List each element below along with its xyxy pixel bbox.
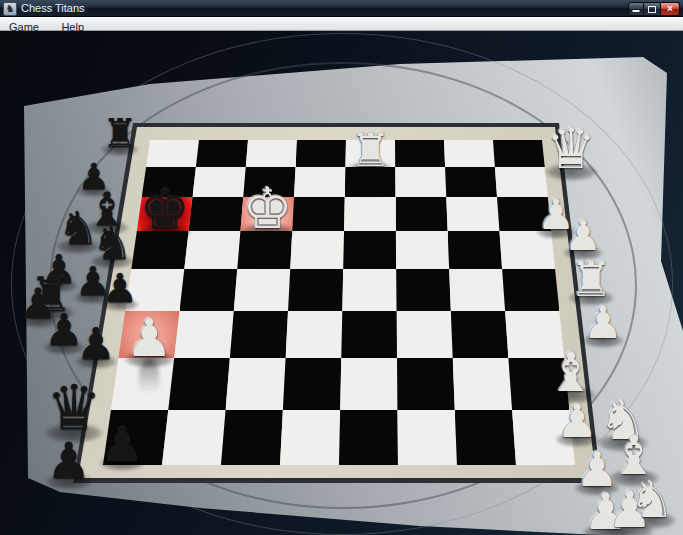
square-r8-c5[interactable] bbox=[339, 410, 398, 465]
square-r7-c7[interactable] bbox=[453, 358, 512, 410]
square-r6-c4[interactable] bbox=[286, 311, 343, 358]
square-r1-c6[interactable] bbox=[395, 140, 445, 167]
knight-icon: ♞ bbox=[3, 2, 17, 16]
square-r1-c2[interactable] bbox=[196, 140, 248, 167]
square-r5-c5[interactable] bbox=[342, 269, 396, 311]
square-r4-c6[interactable] bbox=[396, 231, 449, 269]
square-r8-c4[interactable] bbox=[280, 410, 340, 465]
square-r3-c6[interactable] bbox=[396, 197, 448, 231]
white-pawn-a3[interactable]: ♟ bbox=[126, 312, 173, 364]
maximize-button[interactable] bbox=[644, 2, 661, 16]
square-r5-c2[interactable] bbox=[180, 269, 238, 311]
square-r7-c4[interactable] bbox=[283, 358, 341, 410]
square-r3-c2[interactable] bbox=[189, 197, 244, 231]
square-r6-c3[interactable] bbox=[230, 311, 288, 358]
close-icon: × bbox=[661, 2, 679, 15]
square-r8-c7[interactable] bbox=[455, 410, 516, 465]
square-r1-c3[interactable] bbox=[246, 140, 297, 167]
captured-white-queen-0: ♛ bbox=[546, 121, 596, 177]
square-r8-c2[interactable] bbox=[162, 410, 226, 465]
square-r2-c6[interactable] bbox=[395, 167, 446, 197]
square-r2-c7[interactable] bbox=[445, 167, 497, 197]
square-r2-c4[interactable] bbox=[294, 167, 345, 197]
square-r5-c7[interactable] bbox=[449, 269, 505, 311]
square-r2-c2[interactable] bbox=[193, 167, 246, 197]
square-r6-c6[interactable] bbox=[397, 311, 453, 358]
square-r3-c4[interactable] bbox=[292, 197, 345, 231]
captured-white-knight-12: ♞ bbox=[630, 475, 675, 525]
captured-black-rook-0: ♜ bbox=[102, 113, 138, 153]
square-r6-c7[interactable] bbox=[451, 311, 509, 358]
square-r7-c3[interactable] bbox=[226, 358, 286, 410]
square-r5-c3[interactable] bbox=[234, 269, 290, 311]
maximize-icon bbox=[648, 6, 656, 13]
close-button[interactable]: × bbox=[661, 2, 680, 16]
captured-black-pawn-8: ♟ bbox=[102, 268, 138, 308]
captured-white-pawn-6: ♟ bbox=[556, 398, 597, 444]
square-r1-c1[interactable] bbox=[146, 140, 199, 167]
square-r5-c4[interactable] bbox=[288, 269, 343, 311]
captured-white-pawn-4: ♟ bbox=[583, 301, 622, 345]
square-r1-c4[interactable] bbox=[296, 140, 346, 167]
square-r4-c7[interactable] bbox=[448, 231, 502, 269]
square-r5-c8[interactable] bbox=[502, 269, 559, 311]
square-r5-c6[interactable] bbox=[396, 269, 451, 311]
square-r7-c5[interactable] bbox=[340, 358, 397, 410]
titlebar[interactable]: ♞ Chess Titans × bbox=[0, 0, 683, 17]
square-r1-c7[interactable] bbox=[444, 140, 495, 167]
minimize-button[interactable] bbox=[628, 2, 644, 16]
square-r4-c2[interactable] bbox=[184, 231, 240, 269]
menubar: Game Help bbox=[0, 17, 683, 31]
minimize-icon bbox=[633, 10, 640, 12]
square-r1-c8[interactable] bbox=[493, 140, 545, 167]
square-r4-c5[interactable] bbox=[343, 231, 396, 269]
scene-3d: ♜♚♚♟ ♜♟♝♞♞♟♟♜♟♟♟♟♛♟♟ ♛♟♟♜♟♝♟♞♟♝♟♟♞ bbox=[0, 31, 683, 535]
square-r7-c2[interactable] bbox=[168, 358, 230, 410]
square-r8-c3[interactable] bbox=[221, 410, 283, 465]
window-title: Chess Titans bbox=[21, 2, 85, 14]
square-r3-c7[interactable] bbox=[446, 197, 499, 231]
white-rook-e8[interactable]: ♜ bbox=[350, 127, 391, 173]
square-r7-c6[interactable] bbox=[397, 358, 455, 410]
window-controls: × bbox=[628, 2, 680, 14]
captured-black-pawn-14: ♟ bbox=[100, 420, 143, 468]
captured-black-pawn-13: ♟ bbox=[47, 436, 92, 486]
square-r4-c4[interactable] bbox=[290, 231, 344, 269]
black-king-a6[interactable]: ♚ bbox=[140, 181, 190, 237]
captured-black-queen-12: ♛ bbox=[46, 377, 102, 439]
square-r6-c5[interactable] bbox=[341, 311, 397, 358]
captured-white-bishop-5: ♝ bbox=[547, 346, 595, 400]
app-window: ♞ Chess Titans × Game Help ♜♚♚♟ ♜♟♝♞♞♟♟♜… bbox=[0, 0, 683, 535]
captured-black-pawn-11: ♟ bbox=[76, 322, 115, 366]
square-r6-c2[interactable] bbox=[174, 311, 234, 358]
square-r8-c6[interactable] bbox=[397, 410, 457, 465]
white-king-c6[interactable]: ♚ bbox=[242, 181, 292, 237]
